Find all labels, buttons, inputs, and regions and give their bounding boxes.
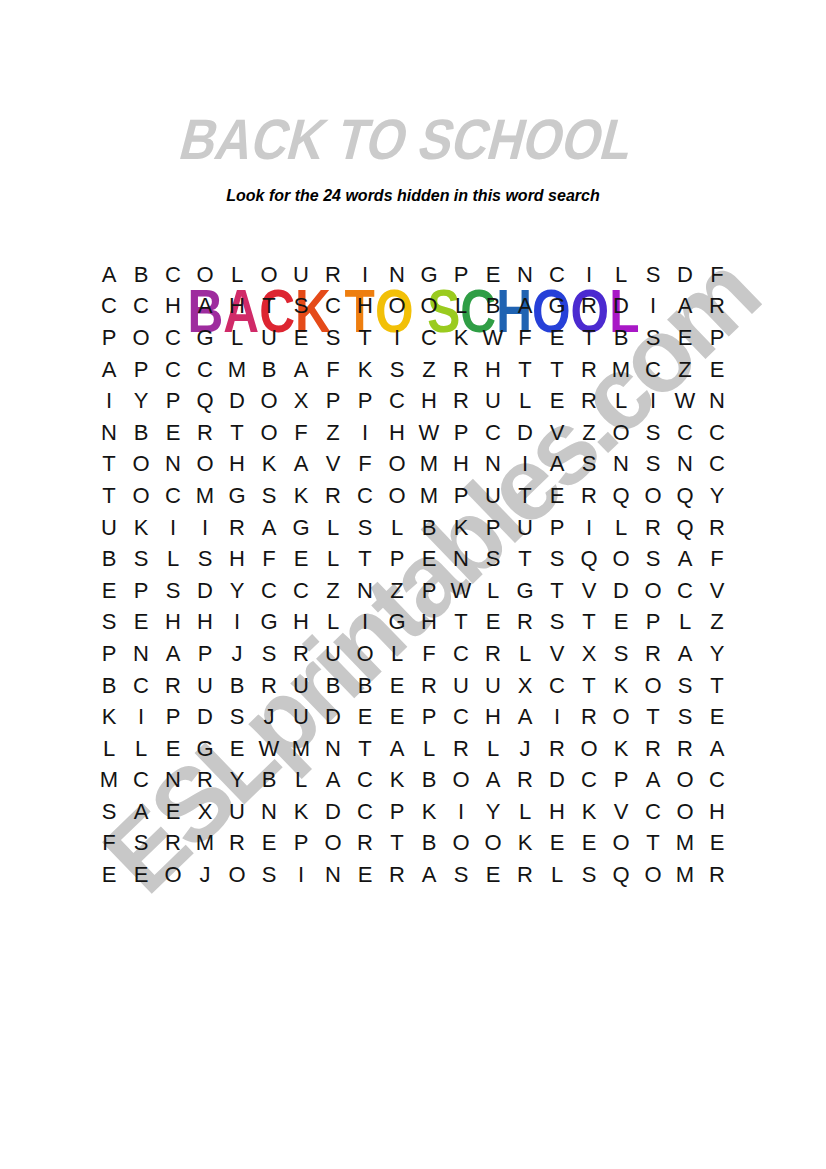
grid-cell-r9c16[interactable]: I (573, 512, 605, 544)
grid-cell-r6c2[interactable]: B (125, 417, 157, 449)
grid-cell-r12c20[interactable]: Z (701, 607, 733, 639)
grid-cell-r19c11[interactable]: B (413, 828, 445, 860)
grid-cell-r10c6[interactable]: F (253, 543, 285, 575)
grid-cell-r17c8[interactable]: A (317, 765, 349, 797)
grid-cell-r9c12[interactable]: K (445, 512, 477, 544)
grid-cell-r13c4[interactable]: P (189, 638, 221, 670)
grid-cell-r5c5[interactable]: D (221, 385, 253, 417)
grid-cell-r17c5[interactable]: Y (221, 765, 253, 797)
grid-cell-r14c10[interactable]: E (381, 670, 413, 702)
grid-cell-r7c6[interactable]: K (253, 449, 285, 481)
grid-cell-r7c5[interactable]: H (221, 449, 253, 481)
grid-cell-r18c9[interactable]: C (349, 796, 381, 828)
grid-cell-r14c17[interactable]: K (605, 670, 637, 702)
grid-cell-r5c12[interactable]: R (445, 385, 477, 417)
grid-cell-r14c12[interactable]: U (445, 670, 477, 702)
grid-cell-r2c19[interactable]: A (669, 291, 701, 323)
grid-cell-r3c14[interactable]: F (509, 322, 541, 354)
grid-cell-r18c19[interactable]: O (669, 796, 701, 828)
grid-cell-r3c4[interactable]: G (189, 322, 221, 354)
grid-cell-r4c5[interactable]: M (221, 354, 253, 386)
grid-cell-r2c17[interactable]: D (605, 291, 637, 323)
grid-cell-r13c12[interactable]: C (445, 638, 477, 670)
grid-cell-r11c16[interactable]: V (573, 575, 605, 607)
grid-cell-r8c13[interactable]: U (477, 480, 509, 512)
grid-cell-r12c5[interactable]: I (221, 607, 253, 639)
grid-cell-r1c5[interactable]: L (221, 259, 253, 291)
grid-cell-r13c11[interactable]: F (413, 638, 445, 670)
grid-cell-r13c2[interactable]: N (125, 638, 157, 670)
grid-cell-r19c18[interactable]: T (637, 828, 669, 860)
grid-cell-r2c6[interactable]: T (253, 291, 285, 323)
grid-cell-r10c15[interactable]: S (541, 543, 573, 575)
grid-cell-r4c16[interactable]: R (573, 354, 605, 386)
grid-cell-r8c9[interactable]: C (349, 480, 381, 512)
grid-cell-r1c10[interactable]: N (381, 259, 413, 291)
grid-cell-r20c7[interactable]: I (285, 859, 317, 891)
grid-cell-r18c20[interactable]: H (701, 796, 733, 828)
grid-cell-r15c12[interactable]: C (445, 701, 477, 733)
grid-cell-r5c2[interactable]: Y (125, 385, 157, 417)
grid-cell-r2c9[interactable]: H (349, 291, 381, 323)
grid-cell-r11c12[interactable]: W (445, 575, 477, 607)
grid-cell-r3c8[interactable]: S (317, 322, 349, 354)
grid-cell-r1c7[interactable]: U (285, 259, 317, 291)
grid-cell-r14c4[interactable]: U (189, 670, 221, 702)
grid-cell-r17c3[interactable]: N (157, 765, 189, 797)
grid-cell-r1c16[interactable]: I (573, 259, 605, 291)
grid-cell-r10c8[interactable]: L (317, 543, 349, 575)
grid-cell-r13c10[interactable]: L (381, 638, 413, 670)
grid-cell-r4c12[interactable]: R (445, 354, 477, 386)
grid-cell-r2c4[interactable]: A (189, 291, 221, 323)
grid-cell-r11c19[interactable]: C (669, 575, 701, 607)
grid-cell-r10c7[interactable]: E (285, 543, 317, 575)
grid-cell-r15c20[interactable]: E (701, 701, 733, 733)
grid-cell-r1c20[interactable]: F (701, 259, 733, 291)
grid-cell-r15c3[interactable]: P (157, 701, 189, 733)
grid-cell-r17c10[interactable]: K (381, 765, 413, 797)
grid-cell-r3c15[interactable]: E (541, 322, 573, 354)
grid-cell-r13c5[interactable]: J (221, 638, 253, 670)
grid-cell-r20c16[interactable]: S (573, 859, 605, 891)
grid-cell-r13c6[interactable]: S (253, 638, 285, 670)
grid-cell-r15c8[interactable]: D (317, 701, 349, 733)
grid-cell-r16c14[interactable]: J (509, 733, 541, 765)
grid-cell-r12c10[interactable]: G (381, 607, 413, 639)
grid-cell-r6c16[interactable]: Z (573, 417, 605, 449)
grid-cell-r1c3[interactable]: C (157, 259, 189, 291)
grid-cell-r17c1[interactable]: M (93, 765, 125, 797)
grid-cell-r5c17[interactable]: L (605, 385, 637, 417)
grid-cell-r11c2[interactable]: P (125, 575, 157, 607)
grid-cell-r7c18[interactable]: S (637, 449, 669, 481)
grid-cell-r9c14[interactable]: U (509, 512, 541, 544)
grid-cell-r13c8[interactable]: U (317, 638, 349, 670)
grid-cell-r8c5[interactable]: G (221, 480, 253, 512)
grid-cell-r1c14[interactable]: N (509, 259, 541, 291)
grid-cell-r18c1[interactable]: S (93, 796, 125, 828)
grid-cell-r12c3[interactable]: H (157, 607, 189, 639)
grid-cell-r2c7[interactable]: S (285, 291, 317, 323)
grid-cell-r7c19[interactable]: N (669, 449, 701, 481)
grid-cell-r18c18[interactable]: C (637, 796, 669, 828)
grid-cell-r14c6[interactable]: R (253, 670, 285, 702)
grid-cell-r3c11[interactable]: C (413, 322, 445, 354)
grid-cell-r8c10[interactable]: O (381, 480, 413, 512)
grid-cell-r20c18[interactable]: O (637, 859, 669, 891)
grid-cell-r6c15[interactable]: V (541, 417, 573, 449)
grid-cell-r16c3[interactable]: E (157, 733, 189, 765)
grid-cell-r5c14[interactable]: L (509, 385, 541, 417)
grid-cell-r13c20[interactable]: Y (701, 638, 733, 670)
grid-cell-r13c9[interactable]: O (349, 638, 381, 670)
grid-cell-r2c14[interactable]: A (509, 291, 541, 323)
grid-cell-r18c8[interactable]: D (317, 796, 349, 828)
grid-cell-r19c15[interactable]: E (541, 828, 573, 860)
grid-cell-r17c2[interactable]: C (125, 765, 157, 797)
grid-cell-r16c12[interactable]: R (445, 733, 477, 765)
grid-cell-r9c5[interactable]: R (221, 512, 253, 544)
grid-cell-r3c19[interactable]: E (669, 322, 701, 354)
grid-cell-r1c6[interactable]: O (253, 259, 285, 291)
grid-cell-r12c11[interactable]: H (413, 607, 445, 639)
grid-cell-r15c7[interactable]: U (285, 701, 317, 733)
grid-cell-r4c20[interactable]: E (701, 354, 733, 386)
grid-cell-r19c4[interactable]: M (189, 828, 221, 860)
grid-cell-r5c11[interactable]: H (413, 385, 445, 417)
grid-cell-r7c13[interactable]: N (477, 449, 509, 481)
grid-cell-r5c9[interactable]: P (349, 385, 381, 417)
grid-cell-r5c7[interactable]: X (285, 385, 317, 417)
grid-cell-r7c10[interactable]: O (381, 449, 413, 481)
grid-cell-r5c8[interactable]: P (317, 385, 349, 417)
grid-cell-r14c13[interactable]: U (477, 670, 509, 702)
grid-cell-r8c14[interactable]: T (509, 480, 541, 512)
grid-cell-r9c11[interactable]: B (413, 512, 445, 544)
grid-cell-r17c17[interactable]: P (605, 765, 637, 797)
grid-cell-r10c16[interactable]: Q (573, 543, 605, 575)
grid-cell-r18c3[interactable]: E (157, 796, 189, 828)
grid-cell-r4c8[interactable]: F (317, 354, 349, 386)
grid-cell-r20c20[interactable]: R (701, 859, 733, 891)
grid-cell-r15c15[interactable]: I (541, 701, 573, 733)
grid-cell-r2c20[interactable]: R (701, 291, 733, 323)
grid-cell-r11c1[interactable]: E (93, 575, 125, 607)
grid-cell-r2c15[interactable]: G (541, 291, 573, 323)
grid-cell-r18c5[interactable]: U (221, 796, 253, 828)
grid-cell-r12c7[interactable]: H (285, 607, 317, 639)
grid-cell-r13c17[interactable]: S (605, 638, 637, 670)
grid-cell-r10c17[interactable]: O (605, 543, 637, 575)
grid-cell-r4c11[interactable]: Z (413, 354, 445, 386)
grid-cell-r20c9[interactable]: E (349, 859, 381, 891)
grid-cell-r17c16[interactable]: C (573, 765, 605, 797)
grid-cell-r20c8[interactable]: N (317, 859, 349, 891)
grid-cell-r9c17[interactable]: L (605, 512, 637, 544)
grid-cell-r6c1[interactable]: N (93, 417, 125, 449)
grid-cell-r18c11[interactable]: K (413, 796, 445, 828)
grid-cell-r12c18[interactable]: P (637, 607, 669, 639)
grid-cell-r13c15[interactable]: V (541, 638, 573, 670)
grid-cell-r3c20[interactable]: P (701, 322, 733, 354)
grid-cell-r12c6[interactable]: G (253, 607, 285, 639)
grid-cell-r12c1[interactable]: S (93, 607, 125, 639)
grid-cell-r11c8[interactable]: Z (317, 575, 349, 607)
grid-cell-r20c14[interactable]: R (509, 859, 541, 891)
grid-cell-r11c11[interactable]: P (413, 575, 445, 607)
grid-cell-r18c12[interactable]: I (445, 796, 477, 828)
grid-cell-r7c15[interactable]: A (541, 449, 573, 481)
grid-cell-r17c19[interactable]: O (669, 765, 701, 797)
grid-cell-r6c12[interactable]: P (445, 417, 477, 449)
grid-cell-r17c18[interactable]: A (637, 765, 669, 797)
grid-cell-r6c13[interactable]: C (477, 417, 509, 449)
grid-cell-r13c16[interactable]: X (573, 638, 605, 670)
grid-cell-r11c9[interactable]: N (349, 575, 381, 607)
grid-cell-r16c2[interactable]: L (125, 733, 157, 765)
grid-cell-r19c8[interactable]: O (317, 828, 349, 860)
grid-cell-r11c5[interactable]: Y (221, 575, 253, 607)
grid-cell-r17c4[interactable]: R (189, 765, 221, 797)
grid-cell-r10c12[interactable]: N (445, 543, 477, 575)
grid-cell-r1c17[interactable]: L (605, 259, 637, 291)
grid-cell-r6c20[interactable]: C (701, 417, 733, 449)
grid-cell-r7c7[interactable]: A (285, 449, 317, 481)
grid-cell-r12c12[interactable]: T (445, 607, 477, 639)
grid-cell-r6c8[interactable]: Z (317, 417, 349, 449)
grid-cell-r7c4[interactable]: O (189, 449, 221, 481)
grid-cell-r2c11[interactable]: O (413, 291, 445, 323)
grid-cell-r16c6[interactable]: W (253, 733, 285, 765)
grid-cell-r16c5[interactable]: E (221, 733, 253, 765)
grid-cell-r1c2[interactable]: B (125, 259, 157, 291)
grid-cell-r10c13[interactable]: S (477, 543, 509, 575)
grid-cell-r7c3[interactable]: N (157, 449, 189, 481)
grid-cell-r11c20[interactable]: V (701, 575, 733, 607)
grid-cell-r14c16[interactable]: T (573, 670, 605, 702)
grid-cell-r20c12[interactable]: S (445, 859, 477, 891)
grid-cell-r18c14[interactable]: L (509, 796, 541, 828)
grid-cell-r3c7[interactable]: E (285, 322, 317, 354)
grid-cell-r18c13[interactable]: Y (477, 796, 509, 828)
grid-cell-r5c1[interactable]: I (93, 385, 125, 417)
grid-cell-r2c3[interactable]: H (157, 291, 189, 323)
grid-cell-r10c11[interactable]: E (413, 543, 445, 575)
grid-cell-r7c17[interactable]: N (605, 449, 637, 481)
grid-cell-r5c18[interactable]: I (637, 385, 669, 417)
grid-cell-r11c10[interactable]: Z (381, 575, 413, 607)
grid-cell-r6c14[interactable]: D (509, 417, 541, 449)
grid-cell-r20c10[interactable]: R (381, 859, 413, 891)
grid-cell-r10c18[interactable]: S (637, 543, 669, 575)
grid-cell-r8c17[interactable]: Q (605, 480, 637, 512)
grid-cell-r20c3[interactable]: O (157, 859, 189, 891)
grid-cell-r4c13[interactable]: H (477, 354, 509, 386)
grid-cell-r19c3[interactable]: R (157, 828, 189, 860)
grid-cell-r3c5[interactable]: L (221, 322, 253, 354)
grid-cell-r17c11[interactable]: B (413, 765, 445, 797)
grid-cell-r3c17[interactable]: B (605, 322, 637, 354)
grid-cell-r11c18[interactable]: O (637, 575, 669, 607)
grid-cell-r16c1[interactable]: L (93, 733, 125, 765)
grid-cell-r8c16[interactable]: R (573, 480, 605, 512)
grid-cell-r18c17[interactable]: V (605, 796, 637, 828)
grid-cell-r15c14[interactable]: A (509, 701, 541, 733)
grid-cell-r2c1[interactable]: C (93, 291, 125, 323)
grid-cell-r10c2[interactable]: S (125, 543, 157, 575)
grid-cell-r5c6[interactable]: O (253, 385, 285, 417)
grid-cell-r3c16[interactable]: T (573, 322, 605, 354)
grid-cell-r13c7[interactable]: R (285, 638, 317, 670)
grid-cell-r13c3[interactable]: A (157, 638, 189, 670)
grid-cell-r19c5[interactable]: R (221, 828, 253, 860)
grid-cell-r17c7[interactable]: L (285, 765, 317, 797)
grid-cell-r10c4[interactable]: S (189, 543, 221, 575)
grid-cell-r2c13[interactable]: B (477, 291, 509, 323)
grid-cell-r9c15[interactable]: P (541, 512, 573, 544)
grid-cell-r20c11[interactable]: A (413, 859, 445, 891)
grid-cell-r15c16[interactable]: R (573, 701, 605, 733)
grid-cell-r6c9[interactable]: I (349, 417, 381, 449)
grid-cell-r15c18[interactable]: T (637, 701, 669, 733)
grid-cell-r9c1[interactable]: U (93, 512, 125, 544)
grid-cell-r8c15[interactable]: E (541, 480, 573, 512)
grid-cell-r15c2[interactable]: I (125, 701, 157, 733)
grid-cell-r17c9[interactable]: C (349, 765, 381, 797)
grid-cell-r11c17[interactable]: D (605, 575, 637, 607)
grid-cell-r15c6[interactable]: J (253, 701, 285, 733)
grid-cell-r9c18[interactable]: R (637, 512, 669, 544)
grid-cell-r5c15[interactable]: E (541, 385, 573, 417)
grid-cell-r12c4[interactable]: H (189, 607, 221, 639)
grid-cell-r9c20[interactable]: R (701, 512, 733, 544)
grid-cell-r3c13[interactable]: W (477, 322, 509, 354)
grid-cell-r9c4[interactable]: I (189, 512, 221, 544)
grid-cell-r14c20[interactable]: T (701, 670, 733, 702)
grid-cell-r4c1[interactable]: A (93, 354, 125, 386)
grid-cell-r1c19[interactable]: D (669, 259, 701, 291)
grid-cell-r7c20[interactable]: C (701, 449, 733, 481)
grid-cell-r7c12[interactable]: H (445, 449, 477, 481)
grid-cell-r6c4[interactable]: R (189, 417, 221, 449)
grid-cell-r2c5[interactable]: H (221, 291, 253, 323)
grid-cell-r12c15[interactable]: S (541, 607, 573, 639)
grid-cell-r12c2[interactable]: E (125, 607, 157, 639)
grid-cell-r19c17[interactable]: O (605, 828, 637, 860)
grid-cell-r14c15[interactable]: C (541, 670, 573, 702)
grid-cell-r19c7[interactable]: P (285, 828, 317, 860)
grid-cell-r15c17[interactable]: O (605, 701, 637, 733)
grid-cell-r16c19[interactable]: R (669, 733, 701, 765)
grid-cell-r6c7[interactable]: F (285, 417, 317, 449)
grid-cell-r14c11[interactable]: R (413, 670, 445, 702)
grid-cell-r9c10[interactable]: L (381, 512, 413, 544)
grid-cell-r13c18[interactable]: R (637, 638, 669, 670)
grid-cell-r2c2[interactable]: C (125, 291, 157, 323)
grid-cell-r5c16[interactable]: R (573, 385, 605, 417)
grid-cell-r8c3[interactable]: C (157, 480, 189, 512)
grid-cell-r20c19[interactable]: M (669, 859, 701, 891)
grid-cell-r7c1[interactable]: T (93, 449, 125, 481)
grid-cell-r7c11[interactable]: M (413, 449, 445, 481)
grid-cell-r18c6[interactable]: N (253, 796, 285, 828)
grid-cell-r9c3[interactable]: I (157, 512, 189, 544)
grid-cell-r1c18[interactable]: S (637, 259, 669, 291)
grid-cell-r1c9[interactable]: I (349, 259, 381, 291)
grid-cell-r16c16[interactable]: O (573, 733, 605, 765)
grid-cell-r9c13[interactable]: P (477, 512, 509, 544)
grid-cell-r8c7[interactable]: K (285, 480, 317, 512)
grid-cell-r5c3[interactable]: P (157, 385, 189, 417)
grid-cell-r20c6[interactable]: S (253, 859, 285, 891)
grid-cell-r15c13[interactable]: H (477, 701, 509, 733)
grid-cell-r20c4[interactable]: J (189, 859, 221, 891)
grid-cell-r14c18[interactable]: O (637, 670, 669, 702)
grid-cell-r8c1[interactable]: T (93, 480, 125, 512)
grid-cell-r10c9[interactable]: T (349, 543, 381, 575)
grid-cell-r8c6[interactable]: S (253, 480, 285, 512)
grid-cell-r19c20[interactable]: E (701, 828, 733, 860)
grid-cell-r5c19[interactable]: W (669, 385, 701, 417)
grid-cell-r4c4[interactable]: C (189, 354, 221, 386)
grid-cell-r10c19[interactable]: A (669, 543, 701, 575)
grid-cell-r4c19[interactable]: Z (669, 354, 701, 386)
grid-cell-r14c5[interactable]: B (221, 670, 253, 702)
grid-cell-r8c19[interactable]: Q (669, 480, 701, 512)
grid-cell-r13c1[interactable]: P (93, 638, 125, 670)
grid-cell-r15c1[interactable]: K (93, 701, 125, 733)
grid-cell-r3c2[interactable]: O (125, 322, 157, 354)
grid-cell-r15c4[interactable]: D (189, 701, 221, 733)
grid-cell-r18c16[interactable]: K (573, 796, 605, 828)
grid-cell-r8c20[interactable]: Y (701, 480, 733, 512)
grid-cell-r4c18[interactable]: C (637, 354, 669, 386)
grid-cell-r16c20[interactable]: A (701, 733, 733, 765)
grid-cell-r4c9[interactable]: K (349, 354, 381, 386)
grid-cell-r17c12[interactable]: O (445, 765, 477, 797)
grid-cell-r9c9[interactable]: S (349, 512, 381, 544)
grid-cell-r18c15[interactable]: H (541, 796, 573, 828)
grid-cell-r6c3[interactable]: E (157, 417, 189, 449)
grid-cell-r3c10[interactable]: I (381, 322, 413, 354)
grid-cell-r16c18[interactable]: R (637, 733, 669, 765)
grid-cell-r20c2[interactable]: E (125, 859, 157, 891)
grid-cell-r4c3[interactable]: C (157, 354, 189, 386)
grid-cell-r19c12[interactable]: O (445, 828, 477, 860)
grid-cell-r4c2[interactable]: P (125, 354, 157, 386)
grid-cell-r4c17[interactable]: M (605, 354, 637, 386)
grid-cell-r2c12[interactable]: L (445, 291, 477, 323)
grid-cell-r3c1[interactable]: P (93, 322, 125, 354)
grid-cell-r2c10[interactable]: O (381, 291, 413, 323)
grid-cell-r9c19[interactable]: Q (669, 512, 701, 544)
grid-cell-r16c15[interactable]: R (541, 733, 573, 765)
grid-cell-r19c2[interactable]: S (125, 828, 157, 860)
grid-cell-r8c2[interactable]: O (125, 480, 157, 512)
grid-cell-r14c14[interactable]: X (509, 670, 541, 702)
grid-cell-r14c8[interactable]: B (317, 670, 349, 702)
grid-cell-r15c5[interactable]: S (221, 701, 253, 733)
grid-cell-r8c18[interactable]: O (637, 480, 669, 512)
grid-cell-r14c19[interactable]: S (669, 670, 701, 702)
grid-cell-r7c2[interactable]: O (125, 449, 157, 481)
grid-cell-r9c6[interactable]: A (253, 512, 285, 544)
grid-cell-r17c15[interactable]: D (541, 765, 573, 797)
grid-cell-r15c11[interactable]: P (413, 701, 445, 733)
grid-cell-r4c15[interactable]: T (541, 354, 573, 386)
grid-cell-r3c9[interactable]: T (349, 322, 381, 354)
